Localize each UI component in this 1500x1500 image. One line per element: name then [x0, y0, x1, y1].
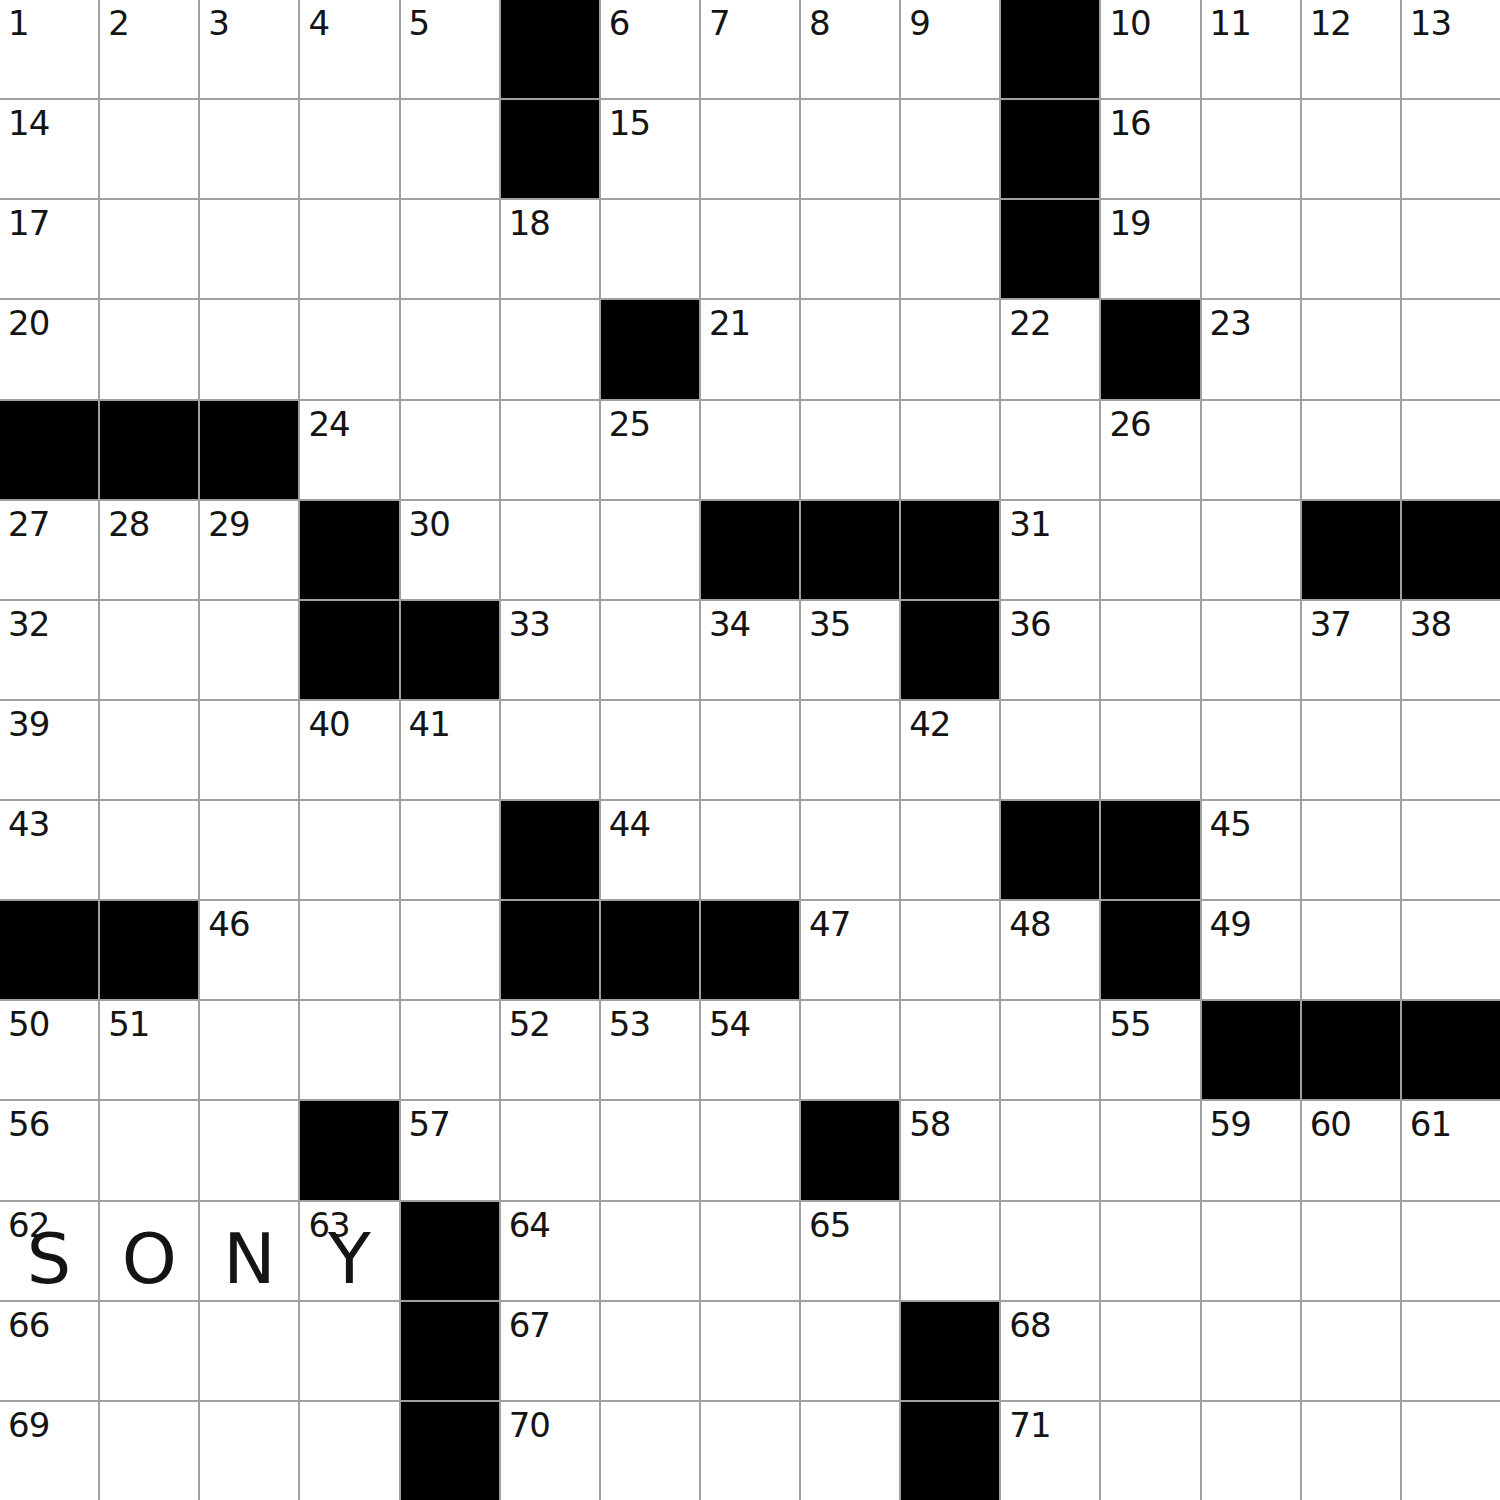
white-cell[interactable]: 31: [1001, 501, 1099, 599]
white-cell[interactable]: 49: [1202, 901, 1300, 999]
white-cell[interactable]: [1101, 1302, 1199, 1400]
white-cell[interactable]: [601, 701, 699, 799]
white-cell[interactable]: 3: [200, 0, 298, 98]
clue-number: 56: [8, 1107, 49, 1141]
black-cell: [1001, 200, 1099, 298]
clue-number: 35: [809, 607, 850, 641]
white-cell[interactable]: [1101, 1101, 1199, 1199]
white-cell[interactable]: [100, 300, 198, 398]
white-cell[interactable]: 69: [0, 1402, 98, 1500]
white-cell[interactable]: 63Y: [300, 1202, 398, 1300]
white-cell[interactable]: 24: [300, 401, 398, 499]
white-cell[interactable]: [100, 701, 198, 799]
white-cell[interactable]: 23: [1202, 300, 1300, 398]
black-cell: [501, 100, 599, 198]
white-cell[interactable]: 53: [601, 1001, 699, 1099]
white-cell[interactable]: 48: [1001, 901, 1099, 999]
black-cell: [501, 901, 599, 999]
white-cell[interactable]: [1202, 701, 1300, 799]
clue-number: 70: [509, 1408, 550, 1442]
white-cell[interactable]: [200, 100, 298, 198]
white-cell[interactable]: [1402, 1302, 1500, 1400]
cell-letter: S: [0, 1202, 98, 1300]
white-cell[interactable]: [1302, 1302, 1400, 1400]
white-cell[interactable]: 22: [1001, 300, 1099, 398]
white-cell[interactable]: [401, 1001, 499, 1099]
white-cell[interactable]: 41: [401, 701, 499, 799]
white-cell[interactable]: [401, 300, 499, 398]
white-cell[interactable]: [300, 901, 398, 999]
white-cell[interactable]: [701, 100, 799, 198]
white-cell[interactable]: [1402, 901, 1500, 999]
black-cell: [1001, 100, 1099, 198]
white-cell[interactable]: [100, 801, 198, 899]
white-cell[interactable]: 14: [0, 100, 98, 198]
clue-number: 24: [308, 407, 349, 441]
white-cell[interactable]: 28: [100, 501, 198, 599]
clue-number: 66: [8, 1308, 49, 1342]
white-cell[interactable]: 10: [1101, 0, 1199, 98]
white-cell[interactable]: 60: [1302, 1101, 1400, 1199]
white-cell[interactable]: 44: [601, 801, 699, 899]
white-cell[interactable]: [801, 701, 899, 799]
white-cell[interactable]: 57: [401, 1101, 499, 1199]
clue-number: 37: [1310, 607, 1351, 641]
clue-number: 67: [509, 1308, 550, 1342]
white-cell[interactable]: 46: [200, 901, 298, 999]
white-cell[interactable]: [200, 300, 298, 398]
white-cell[interactable]: [601, 601, 699, 699]
clue-number: 40: [308, 707, 349, 741]
black-cell: [100, 901, 198, 999]
clue-number: 12: [1310, 6, 1351, 40]
clue-number: 34: [709, 607, 750, 641]
clue-number: 43: [8, 807, 49, 841]
white-cell[interactable]: [801, 401, 899, 499]
white-cell[interactable]: 37: [1302, 601, 1400, 699]
white-cell[interactable]: [1202, 1202, 1300, 1300]
black-cell: [200, 401, 298, 499]
cell-letter: Y: [300, 1202, 398, 1300]
white-cell[interactable]: 29: [200, 501, 298, 599]
white-cell[interactable]: [1402, 100, 1500, 198]
white-cell[interactable]: [601, 1202, 699, 1300]
clue-number: 3: [208, 6, 229, 40]
white-cell[interactable]: 45: [1202, 801, 1300, 899]
white-cell[interactable]: 6: [601, 0, 699, 98]
white-cell[interactable]: [1302, 1402, 1400, 1500]
black-cell: [1101, 801, 1199, 899]
white-cell[interactable]: [501, 300, 599, 398]
white-cell[interactable]: [1402, 701, 1500, 799]
white-cell[interactable]: [601, 1402, 699, 1500]
white-cell[interactable]: [1302, 100, 1400, 198]
clue-number: 36: [1009, 607, 1050, 641]
black-cell: [1001, 0, 1099, 98]
white-cell[interactable]: [401, 901, 499, 999]
clue-number: 53: [609, 1007, 650, 1041]
clue-number: 60: [1310, 1107, 1351, 1141]
clue-number: 25: [609, 407, 650, 441]
cell-letter: O: [100, 1202, 198, 1300]
white-cell[interactable]: 51: [100, 1001, 198, 1099]
white-cell[interactable]: [300, 1001, 398, 1099]
black-cell: [1001, 801, 1099, 899]
clue-number: 22: [1009, 306, 1050, 340]
white-cell[interactable]: [1001, 401, 1099, 499]
white-cell[interactable]: 19: [1101, 200, 1199, 298]
white-cell[interactable]: [300, 801, 398, 899]
white-cell[interactable]: [901, 901, 999, 999]
white-cell[interactable]: [1402, 200, 1500, 298]
black-cell: [501, 0, 599, 98]
clue-number: 29: [208, 507, 249, 541]
clue-number: 18: [509, 206, 550, 240]
white-cell[interactable]: [1302, 200, 1400, 298]
clue-number: 17: [8, 206, 49, 240]
white-cell[interactable]: [901, 1001, 999, 1099]
white-cell[interactable]: [701, 401, 799, 499]
white-cell[interactable]: 32: [0, 601, 98, 699]
white-cell[interactable]: [300, 100, 398, 198]
white-cell[interactable]: 38: [1402, 601, 1500, 699]
white-cell[interactable]: [1101, 1402, 1199, 1500]
black-cell: [801, 501, 899, 599]
clue-number: 41: [409, 707, 450, 741]
white-cell[interactable]: 64: [501, 1202, 599, 1300]
white-cell[interactable]: [1101, 1202, 1199, 1300]
clue-number: 47: [809, 907, 850, 941]
black-cell: [1302, 501, 1400, 599]
white-cell[interactable]: [300, 300, 398, 398]
clue-number: 44: [609, 807, 650, 841]
clue-number: 27: [8, 507, 49, 541]
white-cell[interactable]: [200, 701, 298, 799]
clue-number: 4: [308, 6, 329, 40]
black-cell: [300, 1101, 398, 1199]
clue-number: 28: [108, 507, 149, 541]
white-cell[interactable]: [401, 401, 499, 499]
white-cell[interactable]: 33: [501, 601, 599, 699]
white-cell[interactable]: [401, 200, 499, 298]
white-cell[interactable]: 1: [0, 0, 98, 98]
black-cell: [701, 501, 799, 599]
clue-number: 7: [709, 6, 730, 40]
clue-number: 64: [509, 1208, 550, 1242]
white-cell[interactable]: 18: [501, 200, 599, 298]
white-cell[interactable]: [901, 401, 999, 499]
black-cell: [300, 501, 398, 599]
clue-number: 9: [909, 6, 930, 40]
white-cell[interactable]: [1202, 601, 1300, 699]
white-cell[interactable]: 25: [601, 401, 699, 499]
white-cell[interactable]: 58: [901, 1101, 999, 1199]
white-cell[interactable]: [1202, 200, 1300, 298]
black-cell: [801, 1101, 899, 1199]
white-cell[interactable]: [1302, 300, 1400, 398]
white-cell[interactable]: [1101, 501, 1199, 599]
white-cell[interactable]: 67: [501, 1302, 599, 1400]
white-cell[interactable]: [300, 1302, 398, 1400]
white-cell[interactable]: [901, 200, 999, 298]
white-cell[interactable]: [1101, 701, 1199, 799]
white-cell[interactable]: [1202, 100, 1300, 198]
white-cell[interactable]: 54: [701, 1001, 799, 1099]
black-cell: [401, 601, 499, 699]
white-cell[interactable]: 9: [901, 0, 999, 98]
white-cell[interactable]: [701, 1101, 799, 1199]
clue-number: 32: [8, 607, 49, 641]
white-cell[interactable]: 39: [0, 701, 98, 799]
clue-number: 38: [1410, 607, 1451, 641]
black-cell: [1302, 1001, 1400, 1099]
white-cell[interactable]: [801, 1302, 899, 1400]
white-cell[interactable]: 61: [1402, 1101, 1500, 1199]
white-cell[interactable]: [1202, 1402, 1300, 1500]
white-cell[interactable]: [200, 1001, 298, 1099]
clue-number: 52: [509, 1007, 550, 1041]
black-cell: [701, 901, 799, 999]
white-cell[interactable]: [1402, 300, 1500, 398]
black-cell: [601, 300, 699, 398]
white-cell[interactable]: 5: [401, 0, 499, 98]
clue-number: 31: [1009, 507, 1050, 541]
clue-number: 21: [709, 306, 750, 340]
white-cell[interactable]: [901, 801, 999, 899]
white-cell[interactable]: 68: [1001, 1302, 1099, 1400]
clue-number: 58: [909, 1107, 950, 1141]
white-cell[interactable]: 56: [0, 1101, 98, 1199]
white-cell[interactable]: [1402, 1202, 1500, 1300]
clue-number: 50: [8, 1007, 49, 1041]
white-cell[interactable]: 55: [1101, 1001, 1199, 1099]
clue-number: 48: [1009, 907, 1050, 941]
white-cell[interactable]: 62S: [0, 1202, 98, 1300]
black-cell: [901, 1302, 999, 1400]
cell-letter: N: [200, 1202, 298, 1300]
white-cell[interactable]: 70: [501, 1402, 599, 1500]
black-cell: [0, 901, 98, 999]
black-cell: [1402, 1001, 1500, 1099]
black-cell: [901, 601, 999, 699]
clue-number: 8: [809, 6, 830, 40]
clue-number: 49: [1210, 907, 1251, 941]
white-cell[interactable]: 13: [1402, 0, 1500, 98]
clue-number: 71: [1009, 1408, 1050, 1442]
white-cell[interactable]: [200, 1101, 298, 1199]
black-cell: [100, 401, 198, 499]
white-cell[interactable]: [100, 100, 198, 198]
clue-number: 33: [509, 607, 550, 641]
white-cell[interactable]: [1202, 401, 1300, 499]
white-cell[interactable]: 43: [0, 801, 98, 899]
white-cell[interactable]: [200, 601, 298, 699]
white-cell[interactable]: 21: [701, 300, 799, 398]
white-cell[interactable]: [501, 1101, 599, 1199]
black-cell: [1402, 501, 1500, 599]
white-cell[interactable]: [200, 1302, 298, 1400]
clue-number: 69: [8, 1408, 49, 1442]
white-cell[interactable]: [1202, 501, 1300, 599]
clue-number: 26: [1109, 407, 1150, 441]
white-cell[interactable]: 59: [1202, 1101, 1300, 1199]
crossword-board: 1234567891011121314151617181920212223242…: [0, 0, 1500, 1500]
white-cell[interactable]: 40: [300, 701, 398, 799]
white-cell[interactable]: [200, 1402, 298, 1500]
white-cell[interactable]: [601, 1101, 699, 1199]
clue-number: 46: [208, 907, 249, 941]
clue-number: 30: [409, 507, 450, 541]
white-cell[interactable]: N: [200, 1202, 298, 1300]
white-cell[interactable]: 42: [901, 701, 999, 799]
black-cell: [300, 601, 398, 699]
white-cell[interactable]: 26: [1101, 401, 1199, 499]
white-cell[interactable]: [901, 300, 999, 398]
white-cell[interactable]: 66: [0, 1302, 98, 1400]
clue-number: 23: [1210, 306, 1251, 340]
white-cell[interactable]: 17: [0, 200, 98, 298]
white-cell[interactable]: [100, 601, 198, 699]
white-cell[interactable]: [801, 1001, 899, 1099]
white-cell[interactable]: 50: [0, 1001, 98, 1099]
clue-number: 14: [8, 106, 49, 140]
clue-number: 6: [609, 6, 630, 40]
white-cell[interactable]: [701, 801, 799, 899]
white-cell[interactable]: [701, 1302, 799, 1400]
white-cell[interactable]: [100, 1302, 198, 1400]
white-cell[interactable]: 20: [0, 300, 98, 398]
black-cell: [1101, 901, 1199, 999]
white-cell[interactable]: [801, 100, 899, 198]
white-cell[interactable]: [200, 200, 298, 298]
white-cell[interactable]: 36: [1001, 601, 1099, 699]
white-cell[interactable]: 7: [701, 0, 799, 98]
white-cell[interactable]: [701, 200, 799, 298]
clue-number: 1: [8, 6, 29, 40]
white-cell[interactable]: 52: [501, 1001, 599, 1099]
white-cell[interactable]: [701, 1402, 799, 1500]
white-cell[interactable]: [801, 801, 899, 899]
white-cell[interactable]: [801, 1402, 899, 1500]
white-cell[interactable]: O: [100, 1202, 198, 1300]
white-cell[interactable]: [1302, 801, 1400, 899]
white-cell[interactable]: 47: [801, 901, 899, 999]
white-cell[interactable]: [401, 100, 499, 198]
white-cell[interactable]: [801, 300, 899, 398]
clue-number: 45: [1210, 807, 1251, 841]
white-cell[interactable]: [1402, 401, 1500, 499]
white-cell[interactable]: [200, 801, 298, 899]
white-cell[interactable]: [901, 1202, 999, 1300]
black-cell: [501, 801, 599, 899]
white-cell[interactable]: [1402, 801, 1500, 899]
white-cell[interactable]: [1302, 1202, 1400, 1300]
white-cell[interactable]: 30: [401, 501, 499, 599]
white-cell[interactable]: [601, 200, 699, 298]
clue-number: 10: [1109, 6, 1150, 40]
clue-number: 65: [809, 1208, 850, 1242]
clue-number: 55: [1109, 1007, 1150, 1041]
black-cell: [401, 1202, 499, 1300]
white-cell[interactable]: 11: [1202, 0, 1300, 98]
white-cell[interactable]: [1202, 1302, 1300, 1400]
clue-number: 61: [1410, 1107, 1451, 1141]
black-cell: [901, 501, 999, 599]
white-cell[interactable]: [100, 1101, 198, 1199]
white-cell[interactable]: 12: [1302, 0, 1400, 98]
white-cell[interactable]: [401, 801, 499, 899]
clue-number: 20: [8, 306, 49, 340]
black-cell: [1202, 1001, 1300, 1099]
white-cell[interactable]: [300, 1402, 398, 1500]
clue-number: 39: [8, 707, 49, 741]
white-cell[interactable]: 16: [1101, 100, 1199, 198]
clue-number: 68: [1009, 1308, 1050, 1342]
white-cell[interactable]: [701, 701, 799, 799]
white-cell[interactable]: 27: [0, 501, 98, 599]
white-cell[interactable]: [501, 701, 599, 799]
white-cell[interactable]: 71: [1001, 1402, 1099, 1500]
white-cell[interactable]: [100, 200, 198, 298]
white-cell[interactable]: 2: [100, 0, 198, 98]
white-cell[interactable]: [1001, 701, 1099, 799]
white-cell[interactable]: [100, 1402, 198, 1500]
clue-number: 19: [1109, 206, 1150, 240]
white-cell[interactable]: 35: [801, 601, 899, 699]
white-cell[interactable]: [501, 401, 599, 499]
white-cell[interactable]: [801, 200, 899, 298]
white-cell[interactable]: 34: [701, 601, 799, 699]
white-cell[interactable]: [501, 501, 599, 599]
clue-number: 13: [1410, 6, 1451, 40]
clue-number: 59: [1210, 1107, 1251, 1141]
black-cell: [901, 1402, 999, 1500]
white-cell[interactable]: [1402, 1402, 1500, 1500]
black-cell: [0, 401, 98, 499]
clue-number: 16: [1109, 106, 1150, 140]
clue-number: 5: [409, 6, 430, 40]
clue-number: 2: [108, 6, 129, 40]
white-cell[interactable]: [601, 501, 699, 599]
white-cell[interactable]: [1302, 901, 1400, 999]
white-cell[interactable]: [300, 200, 398, 298]
white-cell[interactable]: 65: [801, 1202, 899, 1300]
clue-number: 57: [409, 1107, 450, 1141]
white-cell[interactable]: [1001, 1202, 1099, 1300]
clue-number: 42: [909, 707, 950, 741]
black-cell: [401, 1302, 499, 1400]
white-cell[interactable]: 4: [300, 0, 398, 98]
white-cell[interactable]: [601, 1302, 699, 1400]
white-cell[interactable]: [901, 100, 999, 198]
black-cell: [601, 901, 699, 999]
clue-number: 54: [709, 1007, 750, 1041]
white-cell[interactable]: 15: [601, 100, 699, 198]
white-cell[interactable]: [1001, 1101, 1099, 1199]
white-cell[interactable]: 8: [801, 0, 899, 98]
black-cell: [401, 1402, 499, 1500]
white-cell[interactable]: [1302, 401, 1400, 499]
black-cell: [1101, 300, 1199, 398]
white-cell[interactable]: [1302, 701, 1400, 799]
clue-number: 11: [1210, 6, 1251, 40]
white-cell[interactable]: [701, 1202, 799, 1300]
white-cell[interactable]: [1001, 1001, 1099, 1099]
clue-number: 15: [609, 106, 650, 140]
clue-number: 51: [108, 1007, 149, 1041]
white-cell[interactable]: [1101, 601, 1199, 699]
